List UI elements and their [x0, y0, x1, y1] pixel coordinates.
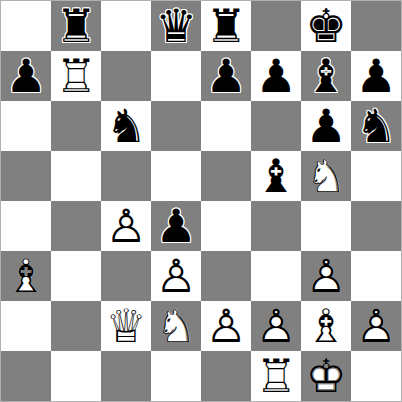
black-king-piece[interactable]: ♚ — [301, 1, 351, 51]
white-pawn-piece[interactable]: ♟♙ — [201, 301, 251, 351]
piece-fill-layer: ♝ — [251, 151, 301, 201]
square-h2[interactable]: ♟♙ — [351, 301, 401, 351]
square-c7[interactable] — [101, 51, 151, 101]
piece-fill-layer: ♟ — [301, 101, 351, 151]
white-queen-piece[interactable]: ♛♕ — [101, 301, 151, 351]
white-pawn-piece[interactable]: ♟♙ — [351, 301, 401, 351]
piece-outline-layer: ♕ — [101, 301, 151, 351]
square-e4[interactable] — [201, 201, 251, 251]
square-g7[interactable]: ♝ — [301, 51, 351, 101]
white-bishop-piece[interactable]: ♝♗ — [1, 251, 51, 301]
square-f6[interactable] — [251, 101, 301, 151]
square-d2[interactable]: ♞♘ — [151, 301, 201, 351]
piece-fill-layer: ♝ — [301, 51, 351, 101]
square-b4[interactable] — [51, 201, 101, 251]
square-c2[interactable]: ♛♕ — [101, 301, 151, 351]
black-knight-piece[interactable]: ♞ — [351, 101, 401, 151]
white-bishop-piece[interactable]: ♝♗ — [301, 301, 351, 351]
piece-fill-layer: ♛ — [151, 1, 201, 51]
square-e2[interactable]: ♟♙ — [201, 301, 251, 351]
square-f5[interactable]: ♝ — [251, 151, 301, 201]
square-d4[interactable]: ♟ — [151, 201, 201, 251]
square-d1[interactable] — [151, 351, 201, 401]
piece-outline-layer: ♘ — [301, 151, 351, 201]
piece-outline-layer: ♗ — [301, 301, 351, 351]
square-g2[interactable]: ♝♗ — [301, 301, 351, 351]
piece-fill-layer: ♟ — [201, 51, 251, 101]
black-pawn-piece[interactable]: ♟ — [201, 51, 251, 101]
chess-diagram: ♜♛♜♚♟♜♖♟♟♝♟♞♟♞♝♞♘♟♙♟♝♗♟♙♟♙♛♕♞♘♟♙♟♙♝♗♟♙♜♖… — [0, 0, 402, 402]
piece-fill-layer: ♟ — [251, 51, 301, 101]
black-rook-piece[interactable]: ♜ — [201, 1, 251, 51]
piece-outline-layer: ♙ — [351, 301, 401, 351]
square-e7[interactable]: ♟ — [201, 51, 251, 101]
square-a1[interactable] — [1, 351, 51, 401]
square-c4[interactable]: ♟♙ — [101, 201, 151, 251]
piece-outline-layer: ♙ — [201, 301, 251, 351]
black-pawn-piece[interactable]: ♟ — [351, 51, 401, 101]
piece-fill-layer: ♜ — [51, 1, 101, 51]
square-f1[interactable]: ♜♖ — [251, 351, 301, 401]
square-b7[interactable]: ♜♖ — [51, 51, 101, 101]
square-a3[interactable]: ♝♗ — [1, 251, 51, 301]
square-c5[interactable] — [101, 151, 151, 201]
piece-outline-layer: ♙ — [151, 251, 201, 301]
piece-outline-layer: ♙ — [101, 201, 151, 251]
white-king-piece[interactable]: ♚♔ — [301, 351, 351, 401]
square-c8[interactable] — [101, 1, 151, 51]
square-d3[interactable]: ♟♙ — [151, 251, 201, 301]
square-c3[interactable] — [101, 251, 151, 301]
black-pawn-piece[interactable]: ♟ — [251, 51, 301, 101]
square-d6[interactable] — [151, 101, 201, 151]
square-h8[interactable] — [351, 1, 401, 51]
black-queen-piece[interactable]: ♛ — [151, 1, 201, 51]
white-pawn-piece[interactable]: ♟♙ — [101, 201, 151, 251]
square-g8[interactable]: ♚ — [301, 1, 351, 51]
square-e5[interactable] — [201, 151, 251, 201]
piece-outline-layer: ♙ — [301, 251, 351, 301]
white-rook-piece[interactable]: ♜♖ — [51, 51, 101, 101]
square-f7[interactable]: ♟ — [251, 51, 301, 101]
black-pawn-piece[interactable]: ♟ — [1, 51, 51, 101]
white-pawn-piece[interactable]: ♟♙ — [301, 251, 351, 301]
black-pawn-piece[interactable]: ♟ — [151, 201, 201, 251]
square-c6[interactable]: ♞ — [101, 101, 151, 151]
square-a8[interactable] — [1, 1, 51, 51]
white-pawn-piece[interactable]: ♟♙ — [251, 301, 301, 351]
square-h7[interactable]: ♟ — [351, 51, 401, 101]
square-f3[interactable] — [251, 251, 301, 301]
white-rook-piece[interactable]: ♜♖ — [251, 351, 301, 401]
black-rook-piece[interactable]: ♜ — [51, 1, 101, 51]
piece-outline-layer: ♖ — [251, 351, 301, 401]
black-knight-piece[interactable]: ♞ — [101, 101, 151, 151]
piece-outline-layer: ♗ — [1, 251, 51, 301]
white-knight-piece[interactable]: ♞♘ — [301, 151, 351, 201]
square-f4[interactable] — [251, 201, 301, 251]
piece-outline-layer: ♖ — [51, 51, 101, 101]
square-d8[interactable]: ♛ — [151, 1, 201, 51]
piece-outline-layer: ♘ — [151, 301, 201, 351]
white-knight-piece[interactable]: ♞♘ — [151, 301, 201, 351]
square-a6[interactable] — [1, 101, 51, 151]
square-b2[interactable] — [51, 301, 101, 351]
square-h1[interactable] — [351, 351, 401, 401]
piece-fill-layer: ♜ — [201, 1, 251, 51]
square-e6[interactable] — [201, 101, 251, 151]
square-g6[interactable]: ♟ — [301, 101, 351, 151]
piece-fill-layer: ♚ — [301, 1, 351, 51]
square-e1[interactable] — [201, 351, 251, 401]
piece-fill-layer: ♟ — [351, 51, 401, 101]
square-h3[interactable] — [351, 251, 401, 301]
square-f2[interactable]: ♟♙ — [251, 301, 301, 351]
square-h5[interactable] — [351, 151, 401, 201]
square-d5[interactable] — [151, 151, 201, 201]
chess-board: ♜♛♜♚♟♜♖♟♟♝♟♞♟♞♝♞♘♟♙♟♝♗♟♙♟♙♛♕♞♘♟♙♟♙♝♗♟♙♜♖… — [1, 1, 401, 401]
black-bishop-piece[interactable]: ♝ — [251, 151, 301, 201]
square-h4[interactable] — [351, 201, 401, 251]
square-g3[interactable]: ♟♙ — [301, 251, 351, 301]
piece-outline-layer: ♔ — [301, 351, 351, 401]
square-b3[interactable] — [51, 251, 101, 301]
square-e8[interactable]: ♜ — [201, 1, 251, 51]
square-e3[interactable] — [201, 251, 251, 301]
piece-outline-layer: ♙ — [251, 301, 301, 351]
square-a2[interactable] — [1, 301, 51, 351]
square-b5[interactable] — [51, 151, 101, 201]
square-b1[interactable] — [51, 351, 101, 401]
piece-fill-layer: ♞ — [101, 101, 151, 151]
black-bishop-piece[interactable]: ♝ — [301, 51, 351, 101]
square-g1[interactable]: ♚♔ — [301, 351, 351, 401]
square-a7[interactable]: ♟ — [1, 51, 51, 101]
square-g5[interactable]: ♞♘ — [301, 151, 351, 201]
square-a5[interactable] — [1, 151, 51, 201]
piece-fill-layer: ♟ — [151, 201, 201, 251]
white-pawn-piece[interactable]: ♟♙ — [151, 251, 201, 301]
square-f8[interactable] — [251, 1, 301, 51]
piece-fill-layer: ♞ — [351, 101, 401, 151]
black-pawn-piece[interactable]: ♟ — [301, 101, 351, 151]
square-g4[interactable] — [301, 201, 351, 251]
square-c1[interactable] — [101, 351, 151, 401]
square-h6[interactable]: ♞ — [351, 101, 401, 151]
square-d7[interactable] — [151, 51, 201, 101]
square-a4[interactable] — [1, 201, 51, 251]
square-b8[interactable]: ♜ — [51, 1, 101, 51]
piece-fill-layer: ♟ — [1, 51, 51, 101]
square-b6[interactable] — [51, 101, 101, 151]
